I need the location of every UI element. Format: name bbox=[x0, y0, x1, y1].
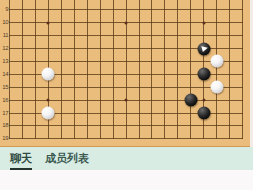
black-stone bbox=[197, 107, 210, 120]
row-coordinate-label: 15 bbox=[0, 84, 8, 91]
star-point bbox=[47, 21, 50, 24]
grid-line-vertical bbox=[242, 0, 243, 139]
grid-line-vertical bbox=[100, 0, 101, 139]
white-stone bbox=[210, 55, 223, 68]
tab-member-list[interactable]: 成员列表 bbox=[45, 148, 89, 170]
grid-line-vertical bbox=[87, 0, 88, 139]
grid-line-horizontal bbox=[9, 125, 243, 126]
chat-content-panel bbox=[0, 170, 253, 190]
row-coordinate-label: 14 bbox=[0, 71, 8, 78]
row-coordinate-label: 17 bbox=[0, 110, 8, 117]
star-point bbox=[47, 99, 50, 102]
white-stone bbox=[210, 81, 223, 94]
tab-chat[interactable]: 聊天 bbox=[10, 148, 32, 170]
star-point bbox=[125, 21, 128, 24]
grid-line-vertical bbox=[216, 0, 217, 139]
row-coordinate-label: 10 bbox=[0, 19, 8, 26]
last-move-marker-icon bbox=[201, 45, 208, 52]
board-right-edge bbox=[250, 0, 253, 147]
black-stone bbox=[197, 42, 210, 55]
grid-line-horizontal bbox=[9, 35, 243, 36]
grid-line-vertical bbox=[190, 0, 191, 139]
grid-line-horizontal bbox=[9, 9, 243, 10]
black-stone bbox=[197, 68, 210, 81]
grid-line-vertical bbox=[61, 0, 62, 139]
grid-line-vertical bbox=[113, 0, 114, 139]
row-coordinate-label: 18 bbox=[0, 122, 8, 129]
go-board[interactable]: 910111213141516171819 bbox=[0, 0, 253, 147]
go-client-screen: 910111213141516171819 聊天 成员列表 bbox=[0, 0, 253, 190]
row-coordinate-label: 13 bbox=[0, 58, 8, 65]
white-stone bbox=[42, 68, 55, 81]
grid-line-vertical bbox=[151, 0, 152, 139]
bottom-tab-bar: 聊天 成员列表 bbox=[0, 147, 253, 170]
row-coordinate-label: 19 bbox=[0, 135, 8, 142]
star-point bbox=[202, 99, 205, 102]
star-point bbox=[202, 21, 205, 24]
grid-line-vertical bbox=[9, 0, 10, 139]
grid-line-vertical bbox=[139, 0, 140, 139]
grid-line-vertical bbox=[22, 0, 23, 139]
row-coordinate-label: 9 bbox=[0, 6, 8, 13]
grid-line-horizontal bbox=[9, 87, 243, 88]
grid-line-vertical bbox=[229, 0, 230, 139]
row-coordinate-label: 12 bbox=[0, 45, 8, 52]
white-stone bbox=[42, 107, 55, 120]
grid-line-horizontal bbox=[9, 61, 243, 62]
row-coordinate-label: 16 bbox=[0, 97, 8, 104]
grid-line-vertical bbox=[74, 0, 75, 139]
grid-line-vertical bbox=[164, 0, 165, 139]
star-point bbox=[125, 99, 128, 102]
grid-line-vertical bbox=[35, 0, 36, 139]
grid-line-horizontal bbox=[9, 138, 243, 139]
black-stone bbox=[184, 94, 197, 107]
row-coordinate-label: 11 bbox=[0, 32, 8, 39]
grid-line-vertical bbox=[177, 0, 178, 139]
